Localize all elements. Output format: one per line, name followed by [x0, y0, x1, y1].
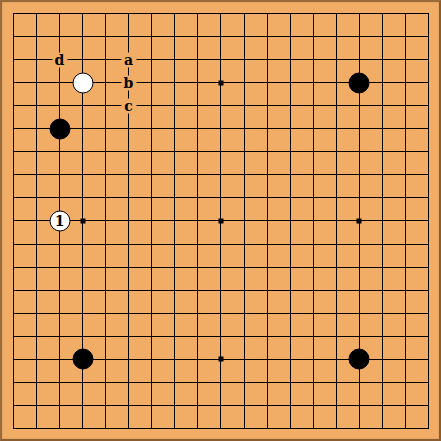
star-point — [80, 218, 85, 223]
point-label-d: d — [52, 52, 67, 67]
stone-black — [72, 348, 93, 369]
point-label-b: b — [121, 75, 136, 90]
stone-white-move-1: 1 — [49, 210, 70, 231]
go-board: abcd1 — [0, 0, 441, 441]
star-point — [218, 356, 223, 361]
stone-black — [348, 72, 369, 93]
board-overlay: abcd1 — [2, 2, 439, 439]
stone-black — [49, 118, 70, 139]
stone-white — [72, 72, 93, 93]
star-point — [356, 218, 361, 223]
stone-black — [348, 348, 369, 369]
point-label-a: a — [121, 52, 136, 67]
point-label-c: c — [121, 98, 136, 113]
star-point — [218, 218, 223, 223]
star-point — [218, 80, 223, 85]
